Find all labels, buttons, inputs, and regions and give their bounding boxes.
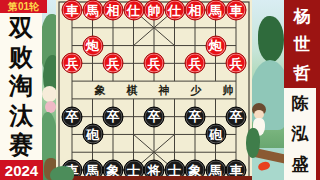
leaf-left-lower-icon [40, 112, 57, 162]
xiangqi-board: 象棋神少帅 車馬相仕帥仕相馬車炮炮兵兵兵兵兵卒卒卒卒卒砲砲車馬象士将士象馬車 [56, 0, 252, 180]
piece-red-帥: 帥 [144, 0, 165, 21]
piece-black-砲: 砲 [82, 124, 103, 145]
piece-red-兵: 兵 [103, 53, 124, 74]
piece-red-馬: 馬 [82, 0, 103, 21]
river-char: 神 [159, 83, 170, 98]
player-top-name: 杨世哲 [284, 2, 320, 88]
player-bottom-name: 陈泓盛 [284, 88, 316, 180]
river-char: 象 [95, 83, 106, 98]
foliage-overlay-left-icon [50, 166, 74, 180]
piece-red-車: 車 [226, 0, 247, 21]
piece-black-卒: 卒 [103, 106, 124, 127]
river-char: 少 [191, 83, 202, 98]
round-badge: 第01轮 [0, 0, 47, 13]
piece-black-卒: 卒 [62, 106, 83, 127]
piece-red-相: 相 [103, 0, 124, 21]
video-thumbnail: 象棋神少帅 車馬相仕帥仕相馬車炮炮兵兵兵兵兵卒卒卒卒卒砲砲車馬象士将士象馬車 双… [0, 0, 320, 180]
vertical-char: 汰 [9, 104, 33, 128]
vertical-char: 泓 [292, 125, 309, 142]
board-base-edge [56, 176, 252, 180]
vertical-char: 陈 [292, 95, 309, 112]
piece-red-兵: 兵 [226, 53, 247, 74]
player-panel-white: 陈泓盛 [284, 88, 316, 180]
piece-red-兵: 兵 [144, 53, 165, 74]
piece-red-仕: 仕 [123, 0, 144, 21]
year-badge: 2024 [0, 160, 43, 180]
piece-red-炮: 炮 [205, 35, 226, 56]
vertical-char: 杨 [294, 8, 311, 25]
vertical-char: 哲 [294, 65, 311, 82]
flower-icon [42, 86, 57, 102]
tournament-title-panel: 双败淘汰赛 [0, 13, 42, 160]
vertical-char: 世 [294, 36, 311, 53]
piece-red-相: 相 [185, 0, 206, 21]
piece-black-卒: 卒 [226, 106, 247, 127]
piece-red-馬: 馬 [205, 0, 226, 21]
piece-red-兵: 兵 [185, 53, 206, 74]
river-char: 帅 [223, 83, 234, 98]
vertical-char: 淘 [9, 74, 33, 98]
piece-black-砲: 砲 [205, 124, 226, 145]
vertical-char: 败 [9, 45, 33, 69]
tree-right-icon [258, 16, 284, 62]
piece-red-車: 車 [62, 0, 83, 21]
vertical-char: 双 [9, 16, 33, 40]
vertical-char: 赛 [9, 133, 33, 157]
vertical-char: 盛 [292, 156, 309, 173]
river-char: 棋 [127, 83, 138, 98]
piece-red-兵: 兵 [62, 53, 83, 74]
piece-black-卒: 卒 [144, 106, 165, 127]
piece-red-仕: 仕 [164, 0, 185, 21]
piece-black-卒: 卒 [185, 106, 206, 127]
piece-red-炮: 炮 [82, 35, 103, 56]
